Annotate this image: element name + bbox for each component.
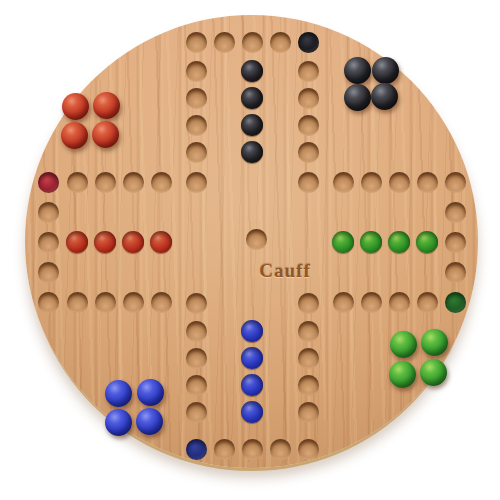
marble-blue[interactable]: [241, 347, 263, 369]
board-hole: [186, 348, 207, 369]
start-entry-hole-red: [38, 172, 59, 193]
board-hole: [445, 172, 466, 193]
marble-red[interactable]: [66, 231, 88, 253]
marble-red[interactable]: [150, 231, 172, 253]
start-entry-hole-green: [445, 292, 466, 313]
board-hole: [123, 292, 144, 313]
game-board: Cauff: [25, 15, 478, 468]
board-hole: [298, 402, 319, 423]
board-hole: [298, 115, 319, 136]
board-hole: [298, 293, 319, 314]
board-hole: [445, 262, 466, 283]
board-hole: [214, 439, 235, 460]
board-hole: [38, 202, 59, 223]
brand-engraving: Cauff: [225, 260, 345, 282]
start-entry-hole-blue: [186, 439, 207, 460]
board-hole: [445, 202, 466, 223]
board-hole: [67, 292, 88, 313]
board-hole: [270, 439, 291, 460]
marble-black[interactable]: [371, 83, 398, 110]
marble-black[interactable]: [241, 87, 263, 109]
marble-red[interactable]: [62, 93, 89, 120]
board-hole: [186, 172, 207, 193]
marble-black[interactable]: [241, 141, 263, 163]
board-hole: [333, 172, 354, 193]
board-hole: [123, 172, 144, 193]
marble-green[interactable]: [388, 231, 410, 253]
marble-green[interactable]: [421, 329, 448, 356]
marble-green[interactable]: [420, 359, 447, 386]
board-hole: [242, 439, 263, 460]
board-hole: [151, 292, 172, 313]
board-hole: [298, 172, 319, 193]
board-hole: [186, 61, 207, 82]
board-hole: [38, 292, 59, 313]
board-hole: [67, 172, 88, 193]
board-hole: [298, 439, 319, 460]
marble-green[interactable]: [360, 231, 382, 253]
board-hole: [186, 293, 207, 314]
marble-black[interactable]: [241, 114, 263, 136]
board-hole: [186, 321, 207, 342]
board-hole: [361, 172, 382, 193]
board-hole: [186, 115, 207, 136]
board-hole: [242, 32, 263, 53]
board-hole: [151, 172, 172, 193]
board-hole: [389, 172, 410, 193]
marble-blue[interactable]: [105, 409, 132, 436]
marble-blue[interactable]: [105, 380, 132, 407]
board-hole: [361, 292, 382, 313]
board-hole: [298, 61, 319, 82]
marble-green[interactable]: [416, 231, 438, 253]
board-hole: [95, 292, 116, 313]
marble-red[interactable]: [93, 92, 120, 119]
board-hole: [417, 292, 438, 313]
board-hole: [333, 292, 354, 313]
board-hole: [298, 348, 319, 369]
board-hole: [298, 375, 319, 396]
board-hole: [214, 32, 235, 53]
marble-black[interactable]: [344, 84, 371, 111]
board-hole: [186, 88, 207, 109]
board-hole: [186, 402, 207, 423]
marble-green[interactable]: [389, 361, 416, 388]
board-hole: [38, 232, 59, 253]
board-hole: [270, 32, 291, 53]
marble-blue[interactable]: [241, 401, 263, 423]
center-hole: [246, 229, 267, 250]
marble-blue[interactable]: [137, 379, 164, 406]
marble-blue[interactable]: [136, 408, 163, 435]
board-hole: [186, 142, 207, 163]
board-hole: [417, 172, 438, 193]
marble-green[interactable]: [332, 231, 354, 253]
board-photo: Cauff: [0, 0, 500, 500]
marble-red[interactable]: [94, 231, 116, 253]
board-hole: [298, 142, 319, 163]
board-hole: [186, 375, 207, 396]
board-hole: [298, 321, 319, 342]
marble-red[interactable]: [92, 121, 119, 148]
board-hole: [186, 32, 207, 53]
board-hole: [298, 88, 319, 109]
board-hole: [389, 292, 410, 313]
board-hole: [95, 172, 116, 193]
marble-green[interactable]: [390, 331, 417, 358]
start-entry-hole-black: [298, 32, 319, 53]
marble-black[interactable]: [372, 57, 399, 84]
marble-black[interactable]: [241, 60, 263, 82]
board-hole: [38, 262, 59, 283]
marble-blue[interactable]: [241, 374, 263, 396]
marble-red[interactable]: [122, 231, 144, 253]
board-hole: [445, 232, 466, 253]
marble-red[interactable]: [61, 122, 88, 149]
marble-black[interactable]: [344, 57, 371, 84]
marble-blue[interactable]: [241, 320, 263, 342]
